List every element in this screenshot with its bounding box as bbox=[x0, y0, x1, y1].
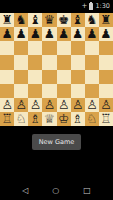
white-king-piece: ♔ bbox=[58, 112, 69, 125]
black-king-piece: ♚ bbox=[58, 13, 69, 26]
square-f8[interactable]: ♝ bbox=[71, 13, 85, 27]
square-e7[interactable]: ♟ bbox=[57, 27, 71, 41]
battery-icon bbox=[89, 3, 93, 10]
square-e4[interactable] bbox=[57, 70, 71, 84]
square-c4[interactable] bbox=[28, 70, 42, 84]
square-d6[interactable] bbox=[42, 41, 56, 55]
square-b4[interactable] bbox=[14, 70, 28, 84]
square-a2[interactable]: ♙ bbox=[0, 98, 14, 112]
black-rook-piece: ♜ bbox=[100, 13, 111, 26]
square-f4[interactable] bbox=[71, 70, 85, 84]
white-pawn-piece: ♙ bbox=[1, 98, 12, 111]
black-pawn-piece: ♟ bbox=[44, 27, 55, 40]
square-h1[interactable]: ♖ bbox=[99, 112, 113, 126]
square-h3[interactable] bbox=[99, 84, 113, 98]
square-h6[interactable] bbox=[99, 41, 113, 55]
square-g8[interactable]: ♞ bbox=[85, 13, 99, 27]
square-c8[interactable]: ♝ bbox=[28, 13, 42, 27]
square-f6[interactable] bbox=[71, 41, 85, 55]
black-knight-piece: ♞ bbox=[16, 13, 27, 26]
white-pawn-piece: ♙ bbox=[44, 98, 55, 111]
white-bishop-piece: ♗ bbox=[30, 112, 41, 125]
square-f5[interactable] bbox=[71, 55, 85, 69]
square-e3[interactable] bbox=[57, 84, 71, 98]
square-c6[interactable] bbox=[28, 41, 42, 55]
square-f3[interactable] bbox=[71, 84, 85, 98]
white-queen-piece: ♕ bbox=[44, 112, 55, 125]
white-knight-piece: ♘ bbox=[16, 112, 27, 125]
square-c2[interactable]: ♙ bbox=[28, 98, 42, 112]
square-d5[interactable] bbox=[42, 55, 56, 69]
square-a5[interactable] bbox=[0, 55, 14, 69]
square-c1[interactable]: ♗ bbox=[28, 112, 42, 126]
square-c3[interactable] bbox=[28, 84, 42, 98]
square-a3[interactable] bbox=[0, 84, 14, 98]
square-d3[interactable] bbox=[42, 84, 56, 98]
white-pawn-piece: ♙ bbox=[86, 98, 97, 111]
square-a7[interactable]: ♟ bbox=[0, 27, 14, 41]
home-icon[interactable]: ○ bbox=[52, 187, 59, 195]
square-f1[interactable]: ♗ bbox=[71, 112, 85, 126]
square-h2[interactable]: ♙ bbox=[99, 98, 113, 112]
white-rook-piece: ♖ bbox=[100, 112, 111, 125]
square-h4[interactable] bbox=[99, 70, 113, 84]
black-pawn-piece: ♟ bbox=[58, 27, 69, 40]
square-h8[interactable]: ♜ bbox=[99, 13, 113, 27]
black-pawn-piece: ♟ bbox=[16, 27, 27, 40]
black-pawn-piece: ♟ bbox=[86, 27, 97, 40]
square-d4[interactable] bbox=[42, 70, 56, 84]
white-bishop-piece: ♗ bbox=[72, 112, 83, 125]
square-b6[interactable] bbox=[14, 41, 28, 55]
black-bishop-piece: ♝ bbox=[72, 13, 83, 26]
black-pawn-piece: ♟ bbox=[72, 27, 83, 40]
square-c5[interactable] bbox=[28, 55, 42, 69]
white-pawn-piece: ♙ bbox=[58, 98, 69, 111]
square-a8[interactable]: ♜ bbox=[0, 13, 14, 27]
square-f2[interactable]: ♙ bbox=[71, 98, 85, 112]
back-icon[interactable]: ◁ bbox=[22, 187, 28, 195]
square-b3[interactable] bbox=[14, 84, 28, 98]
white-rook-piece: ♖ bbox=[1, 112, 12, 125]
square-d2[interactable]: ♙ bbox=[42, 98, 56, 112]
square-e1[interactable]: ♔ bbox=[57, 112, 71, 126]
square-h5[interactable] bbox=[99, 55, 113, 69]
white-pawn-piece: ♙ bbox=[30, 98, 41, 111]
square-a4[interactable] bbox=[0, 70, 14, 84]
black-knight-piece: ♞ bbox=[86, 13, 97, 26]
square-h7[interactable]: ♟ bbox=[99, 27, 113, 41]
black-pawn-piece: ♟ bbox=[1, 27, 12, 40]
square-b2[interactable]: ♙ bbox=[14, 98, 28, 112]
square-b7[interactable]: ♟ bbox=[14, 27, 28, 41]
status-bar: + 1:30 bbox=[0, 0, 113, 13]
square-b5[interactable] bbox=[14, 55, 28, 69]
square-e8[interactable]: ♚ bbox=[57, 13, 71, 27]
square-g5[interactable] bbox=[85, 55, 99, 69]
black-pawn-piece: ♟ bbox=[100, 27, 111, 40]
square-g2[interactable]: ♙ bbox=[85, 98, 99, 112]
square-g3[interactable] bbox=[85, 84, 99, 98]
square-e2[interactable]: ♙ bbox=[57, 98, 71, 112]
square-f7[interactable]: ♟ bbox=[71, 27, 85, 41]
phone-screen: + 1:30 ♜♞♝♛♚♝♞♜♟♟♟♟♟♟♟♟♙♙♙♙♙♙♙♙♖♘♗♕♔♗♘♖ … bbox=[0, 0, 113, 200]
black-rook-piece: ♜ bbox=[1, 13, 12, 26]
black-pawn-piece: ♟ bbox=[30, 27, 41, 40]
black-queen-piece: ♛ bbox=[44, 13, 55, 26]
square-g4[interactable] bbox=[85, 70, 99, 84]
square-a6[interactable] bbox=[0, 41, 14, 55]
square-g1[interactable]: ♘ bbox=[85, 112, 99, 126]
recents-icon[interactable]: □ bbox=[83, 187, 91, 195]
white-pawn-piece: ♙ bbox=[100, 98, 111, 111]
status-clock: 1:30 bbox=[95, 3, 110, 10]
chess-board: ♜♞♝♛♚♝♞♜♟♟♟♟♟♟♟♟♙♙♙♙♙♙♙♙♖♘♗♕♔♗♘♖ bbox=[0, 13, 113, 126]
square-g7[interactable]: ♟ bbox=[85, 27, 99, 41]
square-e5[interactable] bbox=[57, 55, 71, 69]
square-b1[interactable]: ♘ bbox=[14, 112, 28, 126]
square-g6[interactable] bbox=[85, 41, 99, 55]
white-pawn-piece: ♙ bbox=[72, 98, 83, 111]
square-b8[interactable]: ♞ bbox=[14, 13, 28, 27]
square-e6[interactable] bbox=[57, 41, 71, 55]
black-bishop-piece: ♝ bbox=[30, 13, 41, 26]
white-knight-piece: ♘ bbox=[86, 112, 97, 125]
square-a1[interactable]: ♖ bbox=[0, 112, 14, 126]
square-d8[interactable]: ♛ bbox=[42, 13, 56, 27]
controls-row: New Game bbox=[0, 127, 113, 157]
new-game-button[interactable]: New Game bbox=[32, 134, 82, 151]
white-pawn-piece: ♙ bbox=[16, 98, 27, 111]
android-nav-bar: ◁ ○ □ bbox=[0, 182, 113, 200]
square-c7[interactable]: ♟ bbox=[28, 27, 42, 41]
plus-status-icon: + bbox=[82, 3, 88, 10]
square-d1[interactable]: ♕ bbox=[42, 112, 56, 126]
square-d7[interactable]: ♟ bbox=[42, 27, 56, 41]
